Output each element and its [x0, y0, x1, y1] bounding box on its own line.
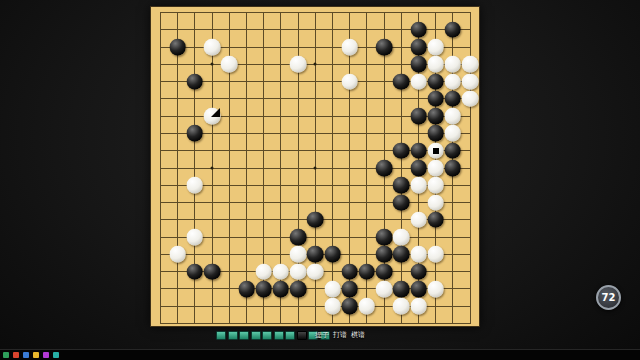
- white-stone: [410, 73, 427, 90]
- white-stone: [427, 39, 444, 56]
- white-stone: [462, 91, 479, 108]
- white-stone: [324, 281, 341, 298]
- white-stone: [427, 160, 444, 177]
- taskbar-icon[interactable]: [13, 352, 19, 358]
- white-stone: [427, 246, 444, 263]
- black-stone: [307, 246, 324, 263]
- white-stone: [290, 246, 307, 263]
- menu-item[interactable]: 打谱: [333, 331, 347, 339]
- black-stone: [290, 229, 307, 246]
- black-stone: [393, 246, 410, 263]
- white-stone: [393, 229, 410, 246]
- white-stone: [341, 39, 358, 56]
- white-stone: [445, 108, 462, 125]
- menu-row: 提子打谱棋谱: [315, 331, 365, 339]
- white-stone: [427, 281, 444, 298]
- white-stone: [169, 246, 186, 263]
- white-stone: [376, 281, 393, 298]
- black-stone: [255, 281, 272, 298]
- black-stone: [427, 125, 444, 142]
- nav-button[interactable]: [297, 331, 307, 340]
- white-stone: [324, 298, 341, 315]
- taskbar-icon[interactable]: [33, 352, 39, 358]
- black-stone: [427, 91, 444, 108]
- last-move-square-marker: [433, 148, 439, 154]
- menu-item[interactable]: 提子: [315, 331, 329, 339]
- black-stone: [445, 21, 462, 38]
- nav-button[interactable]: [228, 331, 238, 340]
- board-grid[interactable]: [160, 12, 471, 324]
- black-stone: [410, 39, 427, 56]
- black-stone: [341, 281, 358, 298]
- black-stone: [393, 142, 410, 159]
- black-stone: [427, 212, 444, 229]
- taskbar[interactable]: [0, 349, 640, 360]
- black-stone: [445, 160, 462, 177]
- black-stone: [427, 73, 444, 90]
- desktop-screen: 提子打谱棋谱 播放 工具栏 72: [0, 0, 640, 360]
- black-stone: [427, 108, 444, 125]
- menu-item[interactable]: 棋谱: [351, 331, 365, 339]
- white-stone: [410, 212, 427, 229]
- black-stone: [376, 229, 393, 246]
- white-stone: [255, 263, 272, 280]
- white-stone: [410, 298, 427, 315]
- hoshi-point: [211, 63, 214, 66]
- black-stone: [410, 281, 427, 298]
- nav-button[interactable]: [274, 331, 284, 340]
- white-stone: [221, 56, 238, 73]
- white-stone: [427, 56, 444, 73]
- black-stone: [445, 142, 462, 159]
- nav-button[interactable]: [251, 331, 261, 340]
- black-stone: [341, 298, 358, 315]
- white-stone: [290, 263, 307, 280]
- floating-count-badge[interactable]: 72: [596, 285, 621, 310]
- taskbar-icon[interactable]: [3, 352, 9, 358]
- white-stone: [273, 263, 290, 280]
- taskbar-icon[interactable]: [53, 352, 59, 358]
- black-stone: [290, 281, 307, 298]
- black-stone: [410, 21, 427, 38]
- black-stone: [410, 160, 427, 177]
- black-stone: [324, 246, 341, 263]
- taskbar-icon[interactable]: [23, 352, 29, 358]
- white-stone: [427, 177, 444, 194]
- taskbar-icon-tray: [3, 352, 59, 358]
- black-stone: [359, 263, 376, 280]
- black-stone: [307, 212, 324, 229]
- white-stone: [187, 177, 204, 194]
- nav-button[interactable]: [216, 331, 226, 340]
- white-stone: [204, 39, 221, 56]
- white-stone: [187, 229, 204, 246]
- hoshi-point: [314, 63, 317, 66]
- nav-button[interactable]: [262, 331, 272, 340]
- go-board[interactable]: [150, 6, 480, 327]
- black-stone: [410, 263, 427, 280]
- black-stone: [410, 56, 427, 73]
- white-stone: [445, 73, 462, 90]
- white-stone: [410, 177, 427, 194]
- black-stone: [410, 108, 427, 125]
- nav-button[interactable]: [239, 331, 249, 340]
- white-stone: [462, 56, 479, 73]
- black-stone: [238, 281, 255, 298]
- white-stone: [462, 73, 479, 90]
- black-stone: [187, 73, 204, 90]
- game-toolbar: 提子打谱棋谱 播放 工具栏: [216, 330, 416, 348]
- black-stone: [393, 73, 410, 90]
- white-stone: [393, 298, 410, 315]
- nav-button[interactable]: [285, 331, 295, 340]
- white-stone: [445, 125, 462, 142]
- white-stone: [410, 246, 427, 263]
- badge-value: 72: [602, 292, 616, 303]
- black-stone: [341, 263, 358, 280]
- white-stone: [359, 298, 376, 315]
- taskbar-icon[interactable]: [43, 352, 49, 358]
- black-stone: [393, 177, 410, 194]
- black-stone: [204, 263, 221, 280]
- hoshi-point: [211, 167, 214, 170]
- white-stone: [290, 56, 307, 73]
- black-stone: [410, 142, 427, 159]
- black-stone: [376, 246, 393, 263]
- black-stone: [187, 263, 204, 280]
- white-stone: [445, 56, 462, 73]
- annotation-triangle-marker: [211, 108, 220, 117]
- black-stone: [393, 194, 410, 211]
- black-stone: [393, 281, 410, 298]
- black-stone: [376, 160, 393, 177]
- nav-button-row: [216, 331, 330, 340]
- white-stone: [307, 263, 324, 280]
- white-stone: [427, 194, 444, 211]
- black-stone: [273, 281, 290, 298]
- black-stone: [169, 39, 186, 56]
- hoshi-point: [314, 167, 317, 170]
- white-stone: [341, 73, 358, 90]
- black-stone: [187, 125, 204, 142]
- black-stone: [445, 91, 462, 108]
- black-stone: [376, 263, 393, 280]
- black-stone: [376, 39, 393, 56]
